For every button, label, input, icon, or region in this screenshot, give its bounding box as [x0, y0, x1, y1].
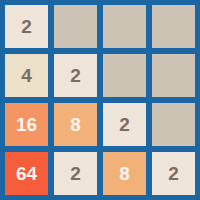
tile-8-r4c3: 8	[103, 152, 146, 195]
tile-2-r2c2: 2	[54, 54, 97, 97]
cell-empty-r2c4	[152, 54, 195, 97]
tile-4-r2c1: 4	[5, 54, 48, 97]
tile-64-r4c1: 64	[5, 152, 48, 195]
tile-2-r4c4: 2	[152, 152, 195, 195]
2048-board: 242168264282	[0, 0, 200, 200]
tile-2-r1c1: 2	[5, 5, 48, 48]
cell-empty-r2c3	[103, 54, 146, 97]
cell-empty-r1c2	[54, 5, 97, 48]
tile-16-r3c1: 16	[5, 103, 48, 146]
tile-8-r3c2: 8	[54, 103, 97, 146]
cell-empty-r1c4	[152, 5, 195, 48]
tile-2-r3c3: 2	[103, 103, 146, 146]
tile-2-r4c2: 2	[54, 152, 97, 195]
cell-empty-r1c3	[103, 5, 146, 48]
cell-empty-r3c4	[152, 103, 195, 146]
